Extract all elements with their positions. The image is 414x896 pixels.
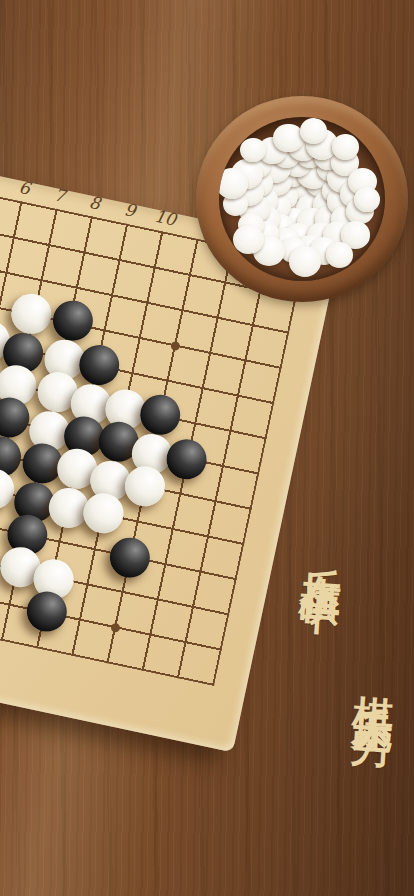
bowl-stone-white [326, 242, 353, 268]
column-label-8: 8 [79, 190, 111, 215]
stone-black [75, 341, 122, 388]
column-label-7: 7 [44, 182, 76, 207]
star-point [110, 622, 121, 633]
stone-black [49, 297, 96, 344]
slogan-right: 棋乐无穷 [348, 662, 405, 702]
bowl-stone-white [289, 246, 321, 277]
bowl-stone-white [332, 134, 359, 160]
stone-black [136, 391, 183, 438]
stone-black [163, 436, 210, 483]
bowl-stone-white [233, 225, 264, 254]
star-point [170, 340, 181, 351]
bowl-stone-white [354, 187, 380, 212]
column-label-9: 9 [114, 197, 146, 222]
bowl-stone-white [219, 168, 248, 199]
stone-white [8, 290, 55, 337]
slogan-left: 乐在棋中 [296, 532, 353, 572]
bowl-stone-white [300, 118, 328, 144]
stone-bowl [196, 96, 408, 302]
stone-black [106, 534, 153, 581]
column-label-6: 6 [9, 175, 41, 200]
splash-screen: 678910 乐在棋中 棋乐无穷 [0, 0, 414, 896]
bowl-well [219, 117, 385, 281]
